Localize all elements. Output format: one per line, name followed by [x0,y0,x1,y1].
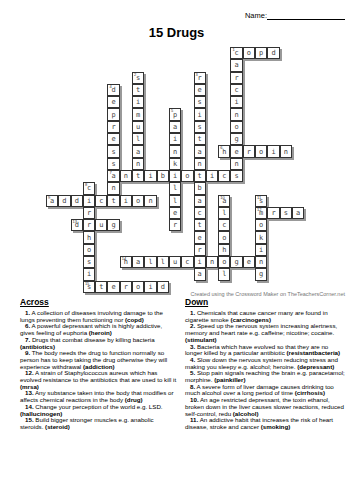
clue-number: 1 [232,48,234,52]
grid-cell: s [107,145,119,157]
clue: 10. An age restricted depressant, the to… [185,397,347,417]
cell-letter: r [173,222,177,229]
grid-cell: 7a [107,170,119,182]
cell-letter: c [185,259,189,266]
cell-letter: n [136,161,140,168]
down-heading: Down [185,297,347,307]
grid-cell: a [194,145,206,157]
clue-num: 1. [25,309,30,316]
clue-num: 11. [190,416,198,423]
grid-cell: e [107,96,119,108]
cell-letter: s [112,161,116,168]
grid-cell: a [132,256,144,268]
cell-letter: i [259,247,263,254]
clue: 5. Stop pain signals reaching the brain … [185,370,347,383]
clue: 3. Bacteria which have evolved so that t… [185,344,347,357]
grid-cell: a [194,195,206,207]
cell-letter: i [198,259,202,266]
grid-cell: r [83,207,95,219]
grid-cell: l [157,256,169,268]
clue-num: 12. [25,369,34,376]
cell-letter: o [87,247,91,254]
grid-cell: 9a [46,195,58,207]
grid-cell: a [194,268,206,280]
grid-cell: i [144,170,156,182]
cell-letter: t [136,173,140,180]
cell-letter: r [198,75,202,82]
grid-cell: i [194,256,206,268]
cell-letter: c [222,173,226,180]
grid-cell: t [107,195,119,207]
grid-cell: l [218,268,230,280]
cell-letter: r [271,210,275,217]
down-section: Down 1. Chemicals that cause cancer many… [185,297,347,431]
cell-letter: d [161,284,165,291]
grid-cell: t [95,281,107,293]
worksheet-page: Name: 15 Drugs 1copda2s3rr4dteceisipm5pi… [0,0,353,500]
cell-letter: s [198,124,202,131]
clue: 15. Build bigger stronger muscles e.g. a… [20,417,178,430]
cell-letter: l [222,271,226,278]
grid-cell: e [243,256,255,268]
cell-letter: c [198,210,202,217]
name-label: Name: [245,11,267,20]
clue: 9. The body needs the drug to function n… [20,350,178,370]
cell-letter: n [173,149,177,156]
clue: 1. Chemicals that cause cancer many are … [185,310,347,323]
grid-cell: l [169,195,181,207]
cell-letter: t [198,136,202,143]
cell-letter: n [284,149,288,156]
cell-letter: a [198,149,202,156]
cell-letter: n [112,185,116,192]
grid-cell: r [230,72,242,84]
cell-letter: l [173,185,177,192]
cell-letter: b [161,173,165,180]
grid-cell: p [107,108,119,120]
grid-cell: b [194,182,206,194]
grid-cell: k [169,158,181,170]
clue-num: 13. [25,389,34,396]
cell-letter: a [198,198,202,205]
grid-cell: 13d [71,219,83,231]
grid-cell: s [230,170,242,182]
clue-number: 11 [257,196,261,200]
cell-letter: l [148,259,152,266]
cell-letter: l [173,198,177,205]
cell-letter: e [247,259,251,266]
grid-cell: e [194,231,206,243]
cell-letter: t [198,173,202,180]
cell-letter: a [234,62,238,69]
grid-cell: t [194,170,206,182]
grid-cell: p [255,47,267,59]
cell-letter: o [259,222,263,229]
grid-cell: i [83,268,95,280]
grid-cell: 10a [218,195,230,207]
cell-letter: i [210,173,214,180]
grid-cell: c [95,195,107,207]
cell-letter: r [234,75,238,82]
grid-cell: o [132,195,144,207]
grid-cell: o [255,219,267,231]
grid-cell: s [194,121,206,133]
clue-number: 14 [122,257,126,261]
cell-letter: e [112,99,116,106]
cell-letter: i [271,149,275,156]
grid-cell: e [107,281,119,293]
clue: 2. Speed up the nervous system increasin… [185,323,347,343]
clue: 8. A severe form of liver damage causes … [185,384,347,397]
grid-cell: g [107,219,119,231]
grid-cell: u [169,256,181,268]
cell-letter: s [198,99,202,106]
grid-cell: n [120,170,132,182]
grid-cell: 14h [120,256,132,268]
cell-letter: e [112,136,116,143]
grid-cell: c [194,207,206,219]
grid-cell: r [194,244,206,256]
clue-number: 4 [109,85,111,89]
grid-cell: s [83,256,95,268]
cell-letter: e [198,87,202,94]
grid-cell: h [218,244,230,256]
grid-cell: m [132,108,144,120]
grid-cell: o [218,256,230,268]
grid-cell: d [58,195,70,207]
cell-letter: e [112,284,116,291]
grid-cell: r [120,281,132,293]
cell-letter: d [62,198,66,205]
cell-letter: o [185,173,189,180]
cell-letter: g [112,222,116,229]
grid-cell: d [157,281,169,293]
cell-letter: l [161,259,165,266]
cell-letter: i [173,136,177,143]
cell-letter: e [173,210,177,217]
down-clues: 1. Chemicals that cause cancer many are … [185,310,347,431]
grid-cell: i [230,96,242,108]
cell-letter: i [136,99,140,106]
cell-letter: c [87,185,91,192]
grid-cell: t [194,219,206,231]
cell-letter: c [99,198,103,205]
grid-cell: k [255,231,267,243]
across-section: Across 1. A collection of diseases invol… [20,297,178,431]
cell-letter: n [259,259,263,266]
cell-letter: c [222,222,226,229]
cell-letter: r [198,247,202,254]
clue-number: 3 [196,73,198,77]
cell-letter: k [173,161,177,168]
cell-letter: i [173,173,177,180]
cell-letter: i [234,99,238,106]
cell-letter: d [112,87,116,94]
cell-letter: n [198,161,202,168]
grid-cell: n [144,195,156,207]
clue-num: 10. [190,396,199,403]
cell-letter: i [198,112,202,119]
clue-num: 15. [25,416,34,423]
cell-letter: o [247,50,251,57]
grid-cell: d [267,47,279,59]
grid-cell: n [280,145,292,157]
grid-cell: u [95,219,107,231]
clue-number: 13 [73,220,77,224]
grid-cell: g [230,133,242,145]
clue: 14. Change your perception of the world … [20,404,178,417]
clue-num: 2. [190,322,195,329]
clue-number: 2 [134,73,136,77]
grid-cell: e [194,84,206,96]
grid-cell: 5p [169,108,181,120]
clue: 6. A powerful depressant which is highly… [20,323,178,336]
clue-answer: (steroid) [45,423,70,430]
cell-letter: k [259,235,263,242]
grid-cell: 11s [255,195,267,207]
cell-letter: s [136,75,140,82]
grid-cell: a [292,207,304,219]
grid-cell: i [120,195,132,207]
cell-letter: i [148,173,152,180]
grid-cell: a [132,145,144,157]
grid-cell: 2s [132,72,144,84]
clue-number: 9 [48,196,50,200]
cell-letter: p [259,50,263,57]
cell-letter: r [112,124,116,131]
clue-number: 8 [85,183,87,187]
grid-cell: h [83,231,95,243]
grid-cell: c [181,256,193,268]
grid-cell: l [132,133,144,145]
cell-letter: l [136,136,140,143]
grid-cell: u [132,121,144,133]
clue-num: 8. [190,383,195,390]
grid-cell: n [255,256,267,268]
clue-number: 7 [109,171,111,175]
grid-cell: i [132,96,144,108]
cell-letter: a [173,124,177,131]
cell-letter: r [124,284,128,291]
grid-cell: e [107,133,119,145]
across-clues: 1. A collection of diseases involving da… [20,310,178,431]
grid-cell: t [194,133,206,145]
grid-cell: g [230,256,242,268]
clue-num: 5. [190,369,195,376]
cell-letter: o [136,284,140,291]
clue-number: 10 [220,196,224,200]
cell-letter: a [198,271,202,278]
grid-cell: c [218,170,230,182]
cell-letter: o [234,124,238,131]
clue-number: 15 [85,282,89,286]
grid-cell: 4d [107,84,119,96]
grid-cell: c [218,219,230,231]
cell-letter: g [234,259,238,266]
clue-num: 9. [25,349,30,356]
grid-cell: i [83,195,95,207]
grid-cell: l [144,256,156,268]
grid-cell: e [230,145,242,157]
cell-letter: n [148,198,152,205]
cell-letter: i [148,284,152,291]
clue: 1. A collection of diseases involving da… [20,310,178,323]
cell-letter: r [87,222,91,229]
cell-letter: a [50,198,54,205]
grid-cell: a [169,121,181,133]
cell-letter: d [271,50,275,57]
cell-letter: r [87,210,91,217]
cell-letter: a [136,259,140,266]
name-row: Name: [245,11,345,20]
clue: 4. Slow down the nervous system reducing… [185,357,347,370]
cell-letter: g [259,271,263,278]
clue-answer: (painkiller) [214,376,245,383]
grid-cell: g [255,268,267,280]
across-heading: Across [20,297,178,307]
grid-cell: n [107,182,119,194]
cell-letter: t [112,198,116,205]
grid-cell: i [144,281,156,293]
grid-cell: 12m [255,207,267,219]
grid-cell: 8c [83,182,95,194]
grid-cell: t [132,170,144,182]
cell-letter: g [234,136,238,143]
grid-cell: 1c [230,47,242,59]
grid-cell: n [169,145,181,157]
grid-cell: s [280,207,292,219]
cell-letter: h [87,235,91,242]
grid-cell: s [107,158,119,170]
grid-cell: o [230,121,242,133]
clue-num: 6. [25,322,30,329]
grid-cell: r [107,121,119,133]
grid-cell: o [132,281,144,293]
cell-letter: a [112,173,116,180]
grid-cell: i [255,244,267,256]
grid-cell: t [132,84,144,96]
cell-letter: e [198,235,202,242]
grid-cell: i [206,170,218,182]
name-blank-line [267,12,345,20]
grid-cell: r [267,207,279,219]
cell-letter: o [259,149,263,156]
grid-cell: r [83,219,95,231]
cell-letter: o [222,235,226,242]
cell-letter: d [75,198,79,205]
grid-cell: n [206,256,218,268]
cell-letter: a [136,149,140,156]
grid-cell: r [243,145,255,157]
cell-letter: i [87,271,91,278]
cell-letter: t [99,284,103,291]
grid-cell: i [267,145,279,157]
grid-cell: l [218,207,230,219]
cell-letter: l [222,210,226,217]
cell-letter: o [136,198,140,205]
cell-letter: i [124,198,128,205]
grid-cell: n [194,158,206,170]
cell-letter: t [136,87,140,94]
page-title: 15 Drugs [0,25,353,40]
cell-letter: b [198,185,202,192]
grid-cell: 3r [194,72,206,84]
grid-cell: i [169,170,181,182]
cell-letter: s [87,259,91,266]
cell-letter: h [222,149,226,156]
cell-letter: c [234,50,238,57]
cell-letter: o [222,259,226,266]
grid-cell: o [181,170,193,182]
clue: 12. A strain of Staphylococcus aureus wh… [20,370,178,390]
clue: 11. An addictive habit that increases th… [185,417,347,430]
grid-cell: c [230,84,242,96]
clue-num: 4. [190,356,195,363]
cell-letter: n [210,259,214,266]
grid-cell: a [230,59,242,71]
clue: 7. Drugs that combat disease by killing … [20,337,178,350]
cell-letter: n [124,173,128,180]
clue-number: 12 [257,208,261,212]
cell-letter: p [112,112,116,119]
cell-letter: m [136,112,140,119]
cell-letter: u [173,259,177,266]
clue-num: 3. [190,343,195,350]
crossword-grid: 1copda2s3rr4dteceisipm5pinruasoelitgsana… [46,47,304,293]
clue-number: 6 [220,146,222,150]
grid-cell: o [243,47,255,59]
grid-cell: s [194,96,206,108]
cell-letter: s [234,173,238,180]
cell-letter: t [198,222,202,229]
cell-letter: n [234,161,238,168]
grid-cell: n [230,158,242,170]
clue-num: 1. [190,309,195,316]
grid-cell: 6h [218,145,230,157]
grid-cell: l [169,182,181,194]
grid-cell: o [255,145,267,157]
grid-cell: i [194,108,206,120]
grid-cell: o [83,244,95,256]
cell-letter: s [284,210,288,217]
grid-cell: r [169,219,181,231]
grid-cell: i [169,133,181,145]
cell-letter: e [234,149,238,156]
cell-letter: u [99,222,103,229]
cell-letter: s [112,149,116,156]
cell-letter: n [234,112,238,119]
cell-letter: c [234,87,238,94]
clue-answer: (smoking) [261,423,291,430]
grid-cell: n [132,158,144,170]
grid-cell: b [157,170,169,182]
grid-cell: o [218,231,230,243]
grid-cell: 15s [83,281,95,293]
cell-letter: p [173,112,177,119]
cell-letter: h [222,247,226,254]
grid-cell: d [71,195,83,207]
grid-cell: e [169,207,181,219]
cell-letter: u [136,124,140,131]
cell-letter: a [296,210,300,217]
clue-number: 5 [171,109,173,113]
cell-letter: i [87,198,91,205]
cell-letter: r [247,149,251,156]
clues-section: Across 1. A collection of diseases invol… [20,297,347,431]
grid-cell: n [230,108,242,120]
clue: 13. Any substance taken into the body th… [20,390,178,403]
